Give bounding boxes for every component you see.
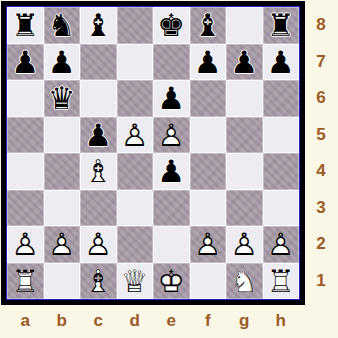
piece-white-bishop[interactable]: ♝♗ <box>80 153 117 190</box>
piece-black-rook[interactable]: ♜ <box>7 7 44 44</box>
square-e6[interactable]: ♟ <box>153 80 190 117</box>
square-b5[interactable] <box>44 117 81 154</box>
square-b7[interactable]: ♟ <box>44 44 81 81</box>
file-label-a: a <box>7 305 44 337</box>
black-piece-glyph: ♟ <box>190 44 227 81</box>
square-g4[interactable] <box>226 153 263 190</box>
square-f1[interactable] <box>190 263 227 300</box>
square-g6[interactable] <box>226 80 263 117</box>
black-piece-glyph: ♟ <box>44 44 81 81</box>
square-e5[interactable]: ♟♙ <box>153 117 190 154</box>
piece-black-bishop[interactable]: ♝ <box>190 7 227 44</box>
square-f6[interactable] <box>190 80 227 117</box>
square-d7[interactable] <box>117 44 154 81</box>
board-frame: ♜♞♝♚♝♜♟♟♟♟♟♛♟♟♟♙♟♙♝♗♟♟♙♟♙♟♙♟♙♟♙♟♙♜♖♝♗♛♕♚… <box>1 1 305 305</box>
rank-label-2: 2 <box>305 226 337 263</box>
square-c8[interactable]: ♝ <box>80 7 117 44</box>
black-piece-glyph: ♜ <box>7 7 44 44</box>
square-a1[interactable]: ♜♖ <box>7 263 44 300</box>
square-f4[interactable] <box>190 153 227 190</box>
piece-black-king[interactable]: ♚ <box>153 7 190 44</box>
square-e8[interactable]: ♚ <box>153 7 190 44</box>
square-f8[interactable]: ♝ <box>190 7 227 44</box>
square-c2[interactable]: ♟♙ <box>80 226 117 263</box>
white-piece-outline: ♔ <box>153 263 190 300</box>
piece-black-pawn[interactable]: ♟ <box>153 80 190 117</box>
black-piece-glyph: ♜ <box>263 7 300 44</box>
square-g7[interactable]: ♟ <box>226 44 263 81</box>
square-h3[interactable] <box>263 190 300 227</box>
square-d5[interactable]: ♟♙ <box>117 117 154 154</box>
square-e1[interactable]: ♚♔ <box>153 263 190 300</box>
white-piece-outline: ♙ <box>153 117 190 154</box>
square-b8[interactable]: ♞ <box>44 7 81 44</box>
black-piece-glyph: ♟ <box>80 117 117 154</box>
square-f7[interactable]: ♟ <box>190 44 227 81</box>
white-piece-outline: ♙ <box>226 226 263 263</box>
square-f3[interactable] <box>190 190 227 227</box>
piece-black-bishop[interactable]: ♝ <box>80 7 117 44</box>
square-e2[interactable] <box>153 226 190 263</box>
black-piece-glyph: ♚ <box>153 7 190 44</box>
square-c7[interactable] <box>80 44 117 81</box>
chess-diagram: ♜♞♝♚♝♜♟♟♟♟♟♛♟♟♟♙♟♙♝♗♟♟♙♟♙♟♙♟♙♟♙♟♙♜♖♝♗♛♕♚… <box>0 0 338 338</box>
file-label-h: h <box>263 305 300 337</box>
piece-white-pawn[interactable]: ♟♙ <box>117 117 154 154</box>
square-b1[interactable] <box>44 263 81 300</box>
white-piece-outline: ♗ <box>80 263 117 300</box>
rank-labels: 87654321 <box>305 7 337 299</box>
square-h8[interactable]: ♜ <box>263 7 300 44</box>
piece-black-pawn[interactable]: ♟ <box>44 44 81 81</box>
square-d3[interactable] <box>117 190 154 227</box>
piece-black-pawn[interactable]: ♟ <box>226 44 263 81</box>
white-piece-outline: ♙ <box>7 226 44 263</box>
rank-label-3: 3 <box>305 190 337 227</box>
piece-white-queen[interactable]: ♛♕ <box>117 263 154 300</box>
file-labels: abcdefgh <box>7 305 299 337</box>
board-squares: ♜♞♝♚♝♜♟♟♟♟♟♛♟♟♟♙♟♙♝♗♟♟♙♟♙♟♙♟♙♟♙♟♙♜♖♝♗♛♕♚… <box>7 7 299 299</box>
file-label-d: d <box>117 305 154 337</box>
square-g5[interactable] <box>226 117 263 154</box>
square-b4[interactable] <box>44 153 81 190</box>
square-e7[interactable] <box>153 44 190 81</box>
piece-white-knight[interactable]: ♞♘ <box>226 263 263 300</box>
square-h1[interactable]: ♜♖ <box>263 263 300 300</box>
piece-white-bishop[interactable]: ♝♗ <box>80 263 117 300</box>
black-piece-glyph: ♟ <box>226 44 263 81</box>
square-b2[interactable]: ♟♙ <box>44 226 81 263</box>
square-a3[interactable] <box>7 190 44 227</box>
square-d2[interactable] <box>117 226 154 263</box>
square-c3[interactable] <box>80 190 117 227</box>
square-h4[interactable] <box>263 153 300 190</box>
file-label-b: b <box>44 305 81 337</box>
square-c4[interactable]: ♝♗ <box>80 153 117 190</box>
file-label-c: c <box>80 305 117 337</box>
rank-label-7: 7 <box>305 44 337 81</box>
black-piece-glyph: ♟ <box>7 44 44 81</box>
piece-white-pawn[interactable]: ♟♙ <box>80 226 117 263</box>
piece-white-pawn[interactable]: ♟♙ <box>263 226 300 263</box>
square-a7[interactable]: ♟ <box>7 44 44 81</box>
file-label-g: g <box>226 305 263 337</box>
square-g3[interactable] <box>226 190 263 227</box>
square-g1[interactable]: ♞♘ <box>226 263 263 300</box>
piece-white-pawn[interactable]: ♟♙ <box>44 226 81 263</box>
square-a6[interactable] <box>7 80 44 117</box>
black-piece-glyph: ♞ <box>44 7 81 44</box>
white-piece-outline: ♙ <box>263 226 300 263</box>
piece-white-pawn[interactable]: ♟♙ <box>7 226 44 263</box>
black-piece-glyph: ♝ <box>190 7 227 44</box>
square-b3[interactable] <box>44 190 81 227</box>
square-e3[interactable] <box>153 190 190 227</box>
square-d8[interactable] <box>117 7 154 44</box>
piece-black-pawn[interactable]: ♟ <box>263 44 300 81</box>
rank-label-6: 6 <box>305 80 337 117</box>
square-f2[interactable]: ♟♙ <box>190 226 227 263</box>
square-d6[interactable] <box>117 80 154 117</box>
file-label-e: e <box>153 305 190 337</box>
piece-white-rook[interactable]: ♜♖ <box>263 263 300 300</box>
piece-white-king[interactable]: ♚♔ <box>153 263 190 300</box>
piece-black-pawn[interactable]: ♟ <box>190 44 227 81</box>
piece-black-pawn[interactable]: ♟ <box>153 153 190 190</box>
square-d4[interactable] <box>117 153 154 190</box>
rank-label-8: 8 <box>305 7 337 44</box>
white-piece-outline: ♗ <box>80 153 117 190</box>
piece-white-pawn[interactable]: ♟♙ <box>226 226 263 263</box>
square-b6[interactable]: ♛ <box>44 80 81 117</box>
square-c5[interactable]: ♟ <box>80 117 117 154</box>
black-piece-glyph: ♟ <box>263 44 300 81</box>
square-g2[interactable]: ♟♙ <box>226 226 263 263</box>
square-a2[interactable]: ♟♙ <box>7 226 44 263</box>
piece-black-pawn[interactable]: ♟ <box>80 117 117 154</box>
square-c1[interactable]: ♝♗ <box>80 263 117 300</box>
black-piece-glyph: ♟ <box>153 153 190 190</box>
black-piece-glyph: ♛ <box>44 80 81 117</box>
white-piece-outline: ♙ <box>117 117 154 154</box>
square-e4[interactable]: ♟ <box>153 153 190 190</box>
square-a5[interactable] <box>7 117 44 154</box>
square-h2[interactable]: ♟♙ <box>263 226 300 263</box>
piece-black-queen[interactable]: ♛ <box>44 80 81 117</box>
rank-label-1: 1 <box>305 263 337 300</box>
square-a4[interactable] <box>7 153 44 190</box>
white-piece-outline: ♙ <box>80 226 117 263</box>
board-inner-line: ♜♞♝♚♝♜♟♟♟♟♟♛♟♟♟♙♟♙♝♗♟♟♙♟♙♟♙♟♙♟♙♟♙♜♖♝♗♛♕♚… <box>6 6 300 300</box>
white-piece-outline: ♕ <box>117 263 154 300</box>
square-d1[interactable]: ♛♕ <box>117 263 154 300</box>
piece-black-knight[interactable]: ♞ <box>44 7 81 44</box>
square-h6[interactable] <box>263 80 300 117</box>
square-c6[interactable] <box>80 80 117 117</box>
piece-white-rook[interactable]: ♜♖ <box>7 263 44 300</box>
white-piece-outline: ♙ <box>44 226 81 263</box>
piece-black-rook[interactable]: ♜ <box>263 7 300 44</box>
piece-white-pawn[interactable]: ♟♙ <box>153 117 190 154</box>
square-f5[interactable] <box>190 117 227 154</box>
white-piece-outline: ♙ <box>190 226 227 263</box>
square-h5[interactable] <box>263 117 300 154</box>
rank-label-4: 4 <box>305 153 337 190</box>
piece-white-pawn[interactable]: ♟♙ <box>190 226 227 263</box>
square-h7[interactable]: ♟ <box>263 44 300 81</box>
piece-black-pawn[interactable]: ♟ <box>7 44 44 81</box>
square-g8[interactable] <box>226 7 263 44</box>
white-piece-outline: ♖ <box>263 263 300 300</box>
white-piece-outline: ♘ <box>226 263 263 300</box>
black-piece-glyph: ♟ <box>153 80 190 117</box>
white-piece-outline: ♖ <box>7 263 44 300</box>
black-piece-glyph: ♝ <box>80 7 117 44</box>
file-label-f: f <box>190 305 227 337</box>
square-a8[interactable]: ♜ <box>7 7 44 44</box>
rank-label-5: 5 <box>305 117 337 154</box>
